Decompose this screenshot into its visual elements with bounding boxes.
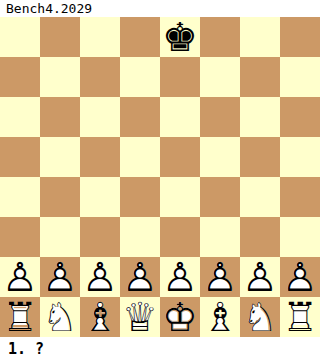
square-h6[interactable] xyxy=(280,97,320,137)
square-b5[interactable] xyxy=(40,137,80,177)
square-h8[interactable] xyxy=(280,17,320,57)
square-a1[interactable]: ♜♖ xyxy=(0,297,40,337)
square-f1[interactable]: ♝♗ xyxy=(200,297,240,337)
square-c5[interactable] xyxy=(80,137,120,177)
white-pawn-piece: ♟♙ xyxy=(200,257,240,297)
square-d5[interactable] xyxy=(120,137,160,177)
square-a3[interactable] xyxy=(0,217,40,257)
square-b3[interactable] xyxy=(40,217,80,257)
square-c6[interactable] xyxy=(80,97,120,137)
white-bishop-piece: ♝♗ xyxy=(200,297,240,337)
square-b7[interactable] xyxy=(40,57,80,97)
square-a8[interactable] xyxy=(0,17,40,57)
square-d4[interactable] xyxy=(120,177,160,217)
square-g4[interactable] xyxy=(240,177,280,217)
square-e2[interactable]: ♟♙ xyxy=(160,257,200,297)
square-g1[interactable]: ♞♘ xyxy=(240,297,280,337)
square-d3[interactable] xyxy=(120,217,160,257)
chess-board: ♚♟♙♟♙♟♙♟♙♟♙♟♙♟♙♟♙♜♖♞♘♝♗♛♕♚♔♝♗♞♘♜♖ xyxy=(0,17,320,337)
white-pawn-piece: ♟♙ xyxy=(160,257,200,297)
white-knight-piece: ♞♘ xyxy=(40,297,80,337)
square-g7[interactable] xyxy=(240,57,280,97)
status-bar: 1. ? xyxy=(0,337,320,360)
move-prompt: 1. ? xyxy=(8,340,44,358)
square-f4[interactable] xyxy=(200,177,240,217)
white-rook-piece: ♜♖ xyxy=(280,297,320,337)
white-pawn-piece: ♟♙ xyxy=(0,257,40,297)
square-b4[interactable] xyxy=(40,177,80,217)
square-c7[interactable] xyxy=(80,57,120,97)
square-a6[interactable] xyxy=(0,97,40,137)
white-pawn-piece: ♟♙ xyxy=(80,257,120,297)
square-a4[interactable] xyxy=(0,177,40,217)
square-a2[interactable]: ♟♙ xyxy=(0,257,40,297)
square-h3[interactable] xyxy=(280,217,320,257)
square-h7[interactable] xyxy=(280,57,320,97)
square-g8[interactable] xyxy=(240,17,280,57)
white-knight-piece: ♞♘ xyxy=(240,297,280,337)
square-b1[interactable]: ♞♘ xyxy=(40,297,80,337)
square-e8[interactable]: ♚ xyxy=(160,17,200,57)
square-f8[interactable] xyxy=(200,17,240,57)
square-g3[interactable] xyxy=(240,217,280,257)
square-h4[interactable] xyxy=(280,177,320,217)
square-b8[interactable] xyxy=(40,17,80,57)
square-g6[interactable] xyxy=(240,97,280,137)
square-f2[interactable]: ♟♙ xyxy=(200,257,240,297)
square-g5[interactable] xyxy=(240,137,280,177)
square-g2[interactable]: ♟♙ xyxy=(240,257,280,297)
white-pawn-piece: ♟♙ xyxy=(120,257,160,297)
square-c3[interactable] xyxy=(80,217,120,257)
square-e6[interactable] xyxy=(160,97,200,137)
white-king-piece: ♚♔ xyxy=(160,297,200,337)
square-e4[interactable] xyxy=(160,177,200,217)
square-e5[interactable] xyxy=(160,137,200,177)
square-a5[interactable] xyxy=(0,137,40,177)
square-e1[interactable]: ♚♔ xyxy=(160,297,200,337)
square-e7[interactable] xyxy=(160,57,200,97)
square-c2[interactable]: ♟♙ xyxy=(80,257,120,297)
white-pawn-piece: ♟♙ xyxy=(280,257,320,297)
white-pawn-piece: ♟♙ xyxy=(40,257,80,297)
white-bishop-piece: ♝♗ xyxy=(80,297,120,337)
square-e3[interactable] xyxy=(160,217,200,257)
square-f5[interactable] xyxy=(200,137,240,177)
square-b6[interactable] xyxy=(40,97,80,137)
square-d7[interactable] xyxy=(120,57,160,97)
white-queen-piece: ♛♕ xyxy=(120,297,160,337)
square-b2[interactable]: ♟♙ xyxy=(40,257,80,297)
square-c1[interactable]: ♝♗ xyxy=(80,297,120,337)
square-c8[interactable] xyxy=(80,17,120,57)
white-rook-piece: ♜♖ xyxy=(0,297,40,337)
square-h5[interactable] xyxy=(280,137,320,177)
square-h2[interactable]: ♟♙ xyxy=(280,257,320,297)
square-d6[interactable] xyxy=(120,97,160,137)
square-h1[interactable]: ♜♖ xyxy=(280,297,320,337)
square-d2[interactable]: ♟♙ xyxy=(120,257,160,297)
square-f6[interactable] xyxy=(200,97,240,137)
window-title: Bench4.2029 xyxy=(6,1,92,16)
title-bar: Bench4.2029 xyxy=(0,0,320,17)
black-king-piece: ♚ xyxy=(160,17,200,57)
white-pawn-piece: ♟♙ xyxy=(240,257,280,297)
square-f7[interactable] xyxy=(200,57,240,97)
square-d8[interactable] xyxy=(120,17,160,57)
square-d1[interactable]: ♛♕ xyxy=(120,297,160,337)
square-f3[interactable] xyxy=(200,217,240,257)
square-a7[interactable] xyxy=(0,57,40,97)
square-c4[interactable] xyxy=(80,177,120,217)
